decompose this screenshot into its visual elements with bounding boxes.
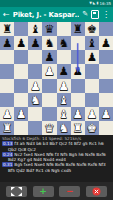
black-piece-p: ♟ [101, 36, 111, 50]
white-piece-q: ♛ [44, 121, 54, 135]
square-a3[interactable] [0, 93, 14, 107]
add-engine-line-button[interactable]: + [33, 186, 54, 197]
back-arrow-icon[interactable]: ← [3, 7, 10, 22]
white-piece-n: ♞ [30, 93, 40, 107]
black-piece-b: ♝ [30, 22, 40, 36]
minus-icon: − [66, 186, 74, 196]
engine-moves: f3 a5 Nd3 b6 b3 Bb7 Qc2 f4 Bf2 g5 Rc1 h6… [8, 141, 104, 151]
black-piece-q: ♛ [44, 22, 54, 36]
engine-moves: Bg5 fxe4 Nxe4 Nf6 Bxf6 Bxf6 Nxf6 Rxf6 Nf… [8, 162, 106, 172]
square-g3[interactable] [85, 93, 99, 107]
app-bar: ← Piket, J. - Kaspar… ✎ ⋮ [0, 7, 113, 22]
black-piece-p: ♟ [44, 50, 54, 64]
signal-icon: ◣ [93, 0, 96, 7]
white-piece-p: ♟ [30, 79, 40, 93]
square-b8[interactable] [14, 22, 28, 36]
black-piece-p: ♟ [16, 36, 26, 50]
square-h1[interactable] [99, 121, 113, 135]
square-c8[interactable]: ♝ [28, 22, 42, 36]
black-piece-p: ♟ [58, 64, 68, 78]
wifi-icon: ▼ [89, 0, 92, 7]
square-c4[interactable]: ♟ [28, 79, 42, 93]
square-d7[interactable]: ♞ [42, 36, 56, 50]
game-title: Piket, J. - Kaspar… [13, 11, 79, 19]
overflow-menu-icon[interactable]: ⋮ [102, 7, 110, 22]
square-b2[interactable]: ♟ [14, 107, 28, 121]
eval-badge: 0.31 [2, 162, 13, 167]
square-g8[interactable]: ♚ [85, 22, 99, 36]
engine-line[interactable]: 0.31Bg5 fxe4 Nxe4 Nf6 Bxf6 Bxf6 Nxf6 Rxf… [2, 162, 111, 173]
square-e6[interactable] [57, 50, 71, 64]
square-h7[interactable]: ♟ [99, 36, 113, 50]
white-piece-b: ♝ [58, 107, 68, 121]
engine-line[interactable]: 0.13f3 a5 Nd3 b6 b3 Bb7 Qc2 f4 Bf2 g5 Rc… [2, 141, 111, 152]
square-g4[interactable] [85, 79, 99, 93]
square-a1[interactable]: ♜ [0, 121, 14, 135]
white-piece-k: ♚ [87, 121, 97, 135]
square-c2[interactable] [28, 107, 42, 121]
black-piece-p: ♟ [87, 50, 97, 64]
black-piece-k: ♚ [87, 22, 97, 36]
white-piece-b: ♝ [58, 93, 68, 107]
square-e1[interactable]: ♞ [57, 121, 71, 135]
square-h5[interactable] [99, 64, 113, 78]
square-f3[interactable] [71, 93, 85, 107]
battery-icon: ▮ [97, 0, 99, 7]
square-g2[interactable]: ♟ [85, 107, 99, 121]
square-b1[interactable] [14, 121, 28, 135]
white-piece-p: ♟ [101, 107, 111, 121]
black-piece-p: ♟ [2, 36, 12, 50]
square-f6[interactable] [71, 50, 85, 64]
square-d2[interactable] [42, 107, 56, 121]
white-piece-p: ♟ [58, 79, 68, 93]
engine-moves: Nc2 fxe4 Nxe4 Nf6 f3 Nf5 Bg5 h6 Nxf6 Bxf… [8, 152, 106, 162]
square-h8[interactable] [99, 22, 113, 36]
stop-engine-button[interactable] [86, 186, 107, 197]
status-bar: ▼ ◣ ▮ 16:35 [0, 0, 113, 7]
square-e7[interactable]: ♞ [57, 36, 71, 50]
square-f5[interactable]: ♟ [71, 64, 85, 78]
white-piece-p: ♟ [16, 107, 26, 121]
square-a8[interactable]: ♜ [0, 22, 14, 36]
plus-icon: + [39, 186, 47, 196]
black-piece-r: ♜ [73, 22, 83, 36]
black-piece-p: ♟ [73, 64, 83, 78]
square-g7[interactable]: ♝ [85, 36, 99, 50]
square-e3[interactable]: ♝ [57, 93, 71, 107]
eval-badge: 0.24 [2, 152, 13, 157]
square-b5[interactable] [14, 64, 28, 78]
chess-board[interactable]: ♜♝♛♜♚♟♟♟♞♞♝♟♟♟♟♟♟♟♟♞♝♟♟♝♟♟♟♜♛♞♜♚ [0, 22, 113, 135]
square-e2[interactable]: ♝ [57, 107, 71, 121]
expand-board-button[interactable] [6, 186, 27, 197]
square-a2[interactable]: ♟ [0, 107, 14, 121]
square-h4[interactable] [99, 79, 113, 93]
black-piece-n: ♞ [58, 36, 68, 50]
white-piece-r: ♜ [73, 121, 83, 135]
square-c1[interactable] [28, 121, 42, 135]
square-e8[interactable] [57, 22, 71, 36]
expand-arrows-icon [11, 187, 22, 196]
black-piece-n: ♞ [44, 36, 54, 50]
white-piece-p: ♟ [73, 107, 83, 121]
square-b6[interactable] [14, 50, 28, 64]
board-wrap: ♜♝♛♜♚♟♟♟♞♞♝♟♟♟♟♟♟♟♟♞♝♟♟♝♟♟♟♜♛♞♜♚ [0, 22, 113, 135]
edit-pencil-icon[interactable]: ✎ [82, 7, 88, 22]
square-f4[interactable] [71, 79, 85, 93]
white-piece-r: ♜ [2, 121, 12, 135]
square-e5[interactable]: ♟ [57, 64, 71, 78]
square-c3[interactable]: ♞ [28, 93, 42, 107]
square-g5[interactable] [85, 64, 99, 78]
square-g6[interactable]: ♟ [85, 50, 99, 64]
square-d1[interactable]: ♛ [42, 121, 56, 135]
square-d5[interactable]: ♟ [42, 64, 56, 78]
square-d8[interactable]: ♛ [42, 22, 56, 36]
square-d3[interactable] [42, 93, 56, 107]
black-piece-b: ♝ [87, 36, 97, 50]
stop-engine-icon [92, 187, 101, 196]
save-icon[interactable] [91, 10, 99, 19]
status-time: 16:35 [99, 0, 111, 7]
square-a7[interactable]: ♟ [0, 36, 14, 50]
square-e4[interactable]: ♟ [57, 79, 71, 93]
remove-engine-line-button[interactable]: − [59, 186, 80, 197]
square-g1[interactable]: ♚ [85, 121, 99, 135]
square-b4[interactable] [14, 79, 28, 93]
engine-line[interactable]: 0.24Nc2 fxe4 Nxe4 Nf6 f3 Nf5 Bg5 h6 Nxf6… [2, 152, 111, 163]
white-piece-p: ♟ [87, 107, 97, 121]
square-f8[interactable]: ♜ [71, 22, 85, 36]
square-d6[interactable]: ♟ [42, 50, 56, 64]
square-f2[interactable]: ♟ [71, 107, 85, 121]
square-c7[interactable]: ♟ [28, 36, 42, 50]
engine-panel: Stockfish 6 Depth: 14 Speed: 521kn/s 0.1… [0, 135, 113, 182]
square-c6[interactable] [28, 50, 42, 64]
square-c5[interactable] [28, 64, 42, 78]
eval-badge: 0.13 [2, 141, 13, 146]
square-h3[interactable] [99, 93, 113, 107]
square-f1[interactable]: ♜ [71, 121, 85, 135]
app-window: ▼ ◣ ▮ 16:35 ← Piket, J. - Kaspar… ✎ ⋮ ♜♝… [0, 0, 113, 200]
square-h6[interactable] [99, 50, 113, 64]
square-b7[interactable]: ♟ [14, 36, 28, 50]
square-b3[interactable] [14, 93, 28, 107]
square-a4[interactable] [0, 79, 14, 93]
black-piece-p: ♟ [30, 36, 40, 50]
white-piece-p: ♟ [2, 107, 12, 121]
square-a5[interactable] [0, 64, 14, 78]
black-piece-r: ♜ [2, 22, 12, 36]
square-d4[interactable] [42, 79, 56, 93]
square-f7[interactable] [71, 36, 85, 50]
engine-toolbar: + − [0, 182, 113, 200]
white-piece-p: ♟ [44, 64, 54, 78]
square-a6[interactable] [0, 50, 14, 64]
square-h2[interactable]: ♟ [99, 107, 113, 121]
white-piece-n: ♞ [58, 121, 68, 135]
